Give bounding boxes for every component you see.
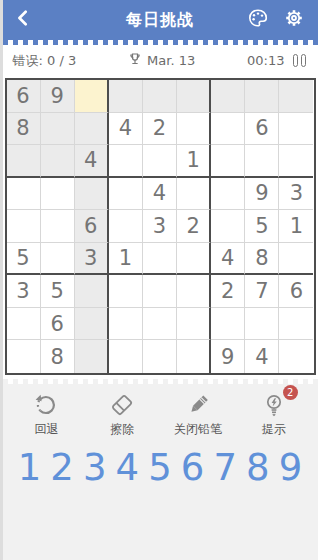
pencil-toggle-label: 关闭铅笔 [174, 421, 222, 438]
num-button-7[interactable]: 7 [210, 448, 240, 489]
cell-r7c8[interactable]: 7 [245, 275, 279, 308]
cell-r9c9[interactable] [279, 340, 313, 373]
cell-r9c6[interactable] [177, 340, 211, 373]
cell-r9c1[interactable] [7, 340, 41, 373]
cell-r2c2[interactable] [41, 113, 75, 146]
cell-r3c3[interactable]: 4 [75, 145, 109, 178]
cell-r3c6[interactable]: 1 [177, 145, 211, 178]
cell-r8c7[interactable] [211, 308, 245, 341]
cell-r6c1[interactable]: 5 [7, 243, 41, 276]
sudoku-app: 每日挑战 [3, 0, 318, 560]
cell-r9c5[interactable] [143, 340, 177, 373]
cell-r1c4[interactable] [109, 80, 143, 113]
cell-r5c2[interactable] [41, 210, 75, 243]
cell-r8c3[interactable] [75, 308, 109, 341]
cell-r1c8[interactable] [245, 80, 279, 113]
cell-r7c1[interactable]: 3 [7, 275, 41, 308]
cell-r7c6[interactable] [177, 275, 211, 308]
cell-r2c3[interactable] [75, 113, 109, 146]
challenge-date: Mar. 13 [147, 53, 195, 68]
undo-button[interactable]: 回退 [18, 392, 74, 438]
cell-r6c6[interactable] [177, 243, 211, 276]
back-icon [15, 10, 31, 30]
number-pad: 123456789 [3, 438, 318, 489]
gear-icon [283, 7, 305, 33]
cell-r8c5[interactable] [143, 308, 177, 341]
cell-r1c2[interactable]: 9 [41, 80, 75, 113]
erase-button[interactable]: 擦除 [94, 392, 150, 438]
cell-r3c5[interactable] [143, 145, 177, 178]
cell-r5c3[interactable]: 6 [75, 210, 109, 243]
cell-r4c3[interactable] [75, 178, 109, 211]
undo-icon [33, 392, 59, 418]
hint-label: 提示 [262, 421, 286, 438]
cell-r8c1[interactable] [7, 308, 41, 341]
cell-r5c5[interactable]: 3 [143, 210, 177, 243]
cell-r3c9[interactable] [279, 145, 313, 178]
top-bar: 每日挑战 [3, 0, 318, 40]
cell-r1c3[interactable] [75, 80, 109, 113]
cell-r2c9[interactable] [279, 113, 313, 146]
cell-r2c5[interactable]: 2 [143, 113, 177, 146]
cell-r4c1[interactable] [7, 178, 41, 211]
status-bar: 错误: 0 / 3 Mar. 13 00:13 [3, 45, 318, 76]
cell-r6c8[interactable]: 8 [245, 243, 279, 276]
cell-r4c8[interactable]: 9 [245, 178, 279, 211]
cell-r3c4[interactable] [109, 145, 143, 178]
num-button-3[interactable]: 3 [80, 448, 110, 489]
cell-r2c7[interactable] [211, 113, 245, 146]
settings-button[interactable] [282, 8, 306, 32]
num-button-5[interactable]: 5 [145, 448, 175, 489]
cell-r4c9[interactable]: 3 [279, 178, 313, 211]
undo-label: 回退 [34, 421, 58, 438]
cell-r6c4[interactable]: 1 [109, 243, 143, 276]
back-button[interactable] [3, 0, 43, 40]
cell-r9c8[interactable]: 4 [245, 340, 279, 373]
timer: 00:13 [247, 53, 284, 68]
cell-r8c4[interactable] [109, 308, 143, 341]
lightbulb-icon: 2 [261, 392, 287, 418]
num-button-6[interactable]: 6 [178, 448, 208, 489]
cell-r9c4[interactable] [109, 340, 143, 373]
bottom-panel: 回退 擦除 [3, 379, 318, 560]
cell-r9c7[interactable]: 9 [211, 340, 245, 373]
cell-r4c2[interactable] [41, 178, 75, 211]
cell-r2c1[interactable]: 8 [7, 113, 41, 146]
num-button-1[interactable]: 1 [15, 448, 45, 489]
cell-r7c3[interactable] [75, 275, 109, 308]
cell-r7c9[interactable]: 6 [279, 275, 313, 308]
pause-button[interactable] [291, 52, 308, 69]
cell-r5c7[interactable] [211, 210, 245, 243]
cell-r6c7[interactable]: 4 [211, 243, 245, 276]
errors-counter: 错误: 0 / 3 [13, 52, 77, 70]
cell-r8c6[interactable] [177, 308, 211, 341]
cell-r7c5[interactable] [143, 275, 177, 308]
num-button-9[interactable]: 9 [276, 448, 306, 489]
cell-r5c6[interactable]: 2 [177, 210, 211, 243]
cell-r4c6[interactable] [177, 178, 211, 211]
cell-r2c8[interactable]: 6 [245, 113, 279, 146]
cell-r3c8[interactable] [245, 145, 279, 178]
cell-r6c2[interactable] [41, 243, 75, 276]
cell-r5c1[interactable] [7, 210, 41, 243]
hint-badge: 2 [283, 385, 298, 400]
cell-r9c3[interactable] [75, 340, 109, 373]
cell-r3c1[interactable] [7, 145, 41, 178]
cell-r9c2[interactable]: 8 [41, 340, 75, 373]
cell-r8c8[interactable] [245, 308, 279, 341]
cell-r6c3[interactable]: 3 [75, 243, 109, 276]
cell-r7c4[interactable] [109, 275, 143, 308]
pencil-toggle-button[interactable]: 关闭铅笔 [170, 392, 226, 438]
cell-r5c4[interactable] [109, 210, 143, 243]
cell-r2c6[interactable] [177, 113, 211, 146]
hint-button[interactable]: 2 提示 [246, 392, 302, 438]
pause-icon [293, 54, 298, 67]
cell-r6c5[interactable] [143, 243, 177, 276]
cell-r1c9[interactable] [279, 80, 313, 113]
cell-r1c5[interactable] [143, 80, 177, 113]
sudoku-board: 698426414936325153148352766894 [5, 78, 316, 375]
cell-r7c2[interactable]: 5 [41, 275, 75, 308]
cell-r8c2[interactable]: 6 [41, 308, 75, 341]
cell-r2c4[interactable]: 4 [109, 113, 143, 146]
trophy-icon [128, 52, 142, 69]
num-button-4[interactable]: 4 [112, 448, 142, 489]
pencil-icon [185, 392, 211, 418]
cell-r3c2[interactable] [41, 145, 75, 178]
theme-button[interactable] [246, 8, 270, 32]
board-area: 698426414936325153148352766894 [3, 76, 318, 375]
palette-icon [247, 7, 269, 33]
eraser-icon [109, 392, 135, 418]
cell-r1c7[interactable] [211, 80, 245, 113]
cell-r1c6[interactable] [177, 80, 211, 113]
erase-label: 擦除 [110, 421, 134, 438]
cell-r7c7[interactable]: 2 [211, 275, 245, 308]
toolbar: 回退 擦除 [3, 384, 318, 438]
cell-r1c1[interactable]: 6 [7, 80, 41, 113]
cell-r4c7[interactable] [211, 178, 245, 211]
cell-r4c4[interactable] [109, 178, 143, 211]
cell-r3c7[interactable] [211, 145, 245, 178]
num-button-8[interactable]: 8 [243, 448, 273, 489]
num-button-2[interactable]: 2 [47, 448, 77, 489]
cell-r6c9[interactable] [279, 243, 313, 276]
cell-r8c9[interactable] [279, 308, 313, 341]
cell-r4c5[interactable]: 4 [143, 178, 177, 211]
cell-r5c8[interactable]: 5 [245, 210, 279, 243]
cell-r5c9[interactable]: 1 [279, 210, 313, 243]
